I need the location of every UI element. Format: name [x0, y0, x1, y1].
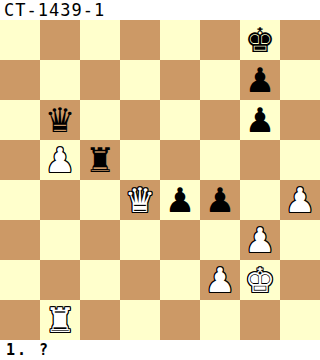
white-pawn[interactable]: ♟: [205, 260, 235, 300]
square-b5[interactable]: ♟: [40, 140, 80, 180]
square-b2[interactable]: [40, 260, 80, 300]
square-e3[interactable]: [160, 220, 200, 260]
square-c8[interactable]: [80, 20, 120, 60]
chess-board: ♚♟♛♟♟♜♛♟♟♟♟♟♚♜: [0, 20, 320, 340]
square-b8[interactable]: [40, 20, 80, 60]
square-h2[interactable]: [280, 260, 320, 300]
black-king[interactable]: ♚: [245, 20, 275, 60]
square-b3[interactable]: [40, 220, 80, 260]
square-a1[interactable]: [0, 300, 40, 340]
square-c1[interactable]: [80, 300, 120, 340]
square-f5[interactable]: [200, 140, 240, 180]
white-pawn[interactable]: ♟: [245, 220, 275, 260]
square-h3[interactable]: [280, 220, 320, 260]
square-g8[interactable]: ♚: [240, 20, 280, 60]
black-queen[interactable]: ♛: [45, 100, 75, 140]
square-e2[interactable]: [160, 260, 200, 300]
black-pawn[interactable]: ♟: [165, 180, 195, 220]
square-g5[interactable]: [240, 140, 280, 180]
square-c7[interactable]: [80, 60, 120, 100]
square-f4[interactable]: ♟: [200, 180, 240, 220]
square-e8[interactable]: [160, 20, 200, 60]
white-pawn[interactable]: ♟: [45, 140, 75, 180]
black-pawn[interactable]: ♟: [245, 100, 275, 140]
square-e5[interactable]: [160, 140, 200, 180]
square-d1[interactable]: [120, 300, 160, 340]
square-d3[interactable]: [120, 220, 160, 260]
square-a7[interactable]: [0, 60, 40, 100]
square-g2[interactable]: ♚: [240, 260, 280, 300]
square-f6[interactable]: [200, 100, 240, 140]
square-c6[interactable]: [80, 100, 120, 140]
square-e1[interactable]: [160, 300, 200, 340]
square-f7[interactable]: [200, 60, 240, 100]
square-h1[interactable]: [280, 300, 320, 340]
black-pawn[interactable]: ♟: [205, 180, 235, 220]
square-b6[interactable]: ♛: [40, 100, 80, 140]
square-a8[interactable]: [0, 20, 40, 60]
square-d6[interactable]: [120, 100, 160, 140]
square-d2[interactable]: [120, 260, 160, 300]
square-f1[interactable]: [200, 300, 240, 340]
square-a5[interactable]: [0, 140, 40, 180]
square-g1[interactable]: [240, 300, 280, 340]
square-g7[interactable]: ♟: [240, 60, 280, 100]
puzzle-id-label: CT-1439-1: [0, 0, 320, 20]
square-h8[interactable]: [280, 20, 320, 60]
square-f3[interactable]: [200, 220, 240, 260]
square-f2[interactable]: ♟: [200, 260, 240, 300]
square-g6[interactable]: ♟: [240, 100, 280, 140]
square-b7[interactable]: [40, 60, 80, 100]
square-c2[interactable]: [80, 260, 120, 300]
puzzle-id-text: CT-1439-1: [4, 0, 105, 20]
black-rook[interactable]: ♜: [85, 140, 115, 180]
white-rook[interactable]: ♜: [45, 300, 75, 340]
square-a3[interactable]: [0, 220, 40, 260]
white-king[interactable]: ♚: [245, 260, 275, 300]
square-h7[interactable]: [280, 60, 320, 100]
square-h6[interactable]: [280, 100, 320, 140]
square-h5[interactable]: [280, 140, 320, 180]
move-prompt: 1. ?: [0, 340, 320, 360]
square-e4[interactable]: ♟: [160, 180, 200, 220]
square-c4[interactable]: [80, 180, 120, 220]
square-d8[interactable]: [120, 20, 160, 60]
square-h4[interactable]: ♟: [280, 180, 320, 220]
square-a6[interactable]: [0, 100, 40, 140]
square-d5[interactable]: [120, 140, 160, 180]
square-b4[interactable]: [40, 180, 80, 220]
square-d4[interactable]: ♛: [120, 180, 160, 220]
square-c3[interactable]: [80, 220, 120, 260]
square-b1[interactable]: ♜: [40, 300, 80, 340]
square-f8[interactable]: [200, 20, 240, 60]
square-c5[interactable]: ♜: [80, 140, 120, 180]
square-d7[interactable]: [120, 60, 160, 100]
square-g4[interactable]: [240, 180, 280, 220]
white-queen[interactable]: ♛: [125, 180, 155, 220]
square-g3[interactable]: ♟: [240, 220, 280, 260]
move-prompt-text: 1. ?: [6, 341, 50, 359]
square-e7[interactable]: [160, 60, 200, 100]
square-a2[interactable]: [0, 260, 40, 300]
black-pawn[interactable]: ♟: [245, 60, 275, 100]
white-pawn[interactable]: ♟: [285, 180, 315, 220]
square-e6[interactable]: [160, 100, 200, 140]
square-a4[interactable]: [0, 180, 40, 220]
